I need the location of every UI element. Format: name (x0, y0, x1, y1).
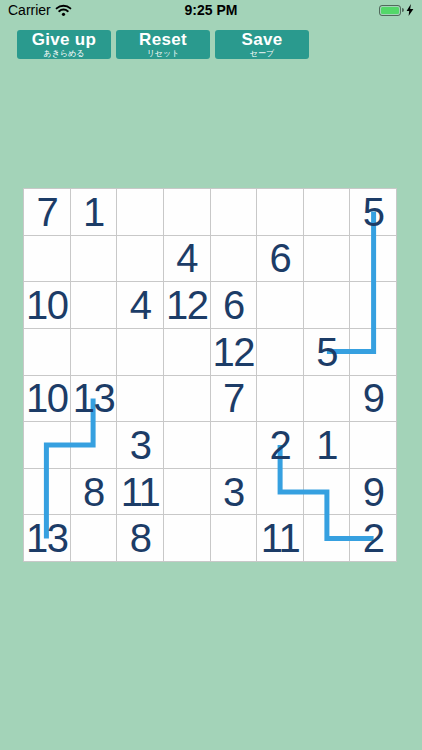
cell-number: 6 (223, 285, 244, 325)
cell-r8c2[interactable] (71, 515, 117, 561)
charging-icon (406, 4, 414, 16)
cell-number: 5 (316, 332, 337, 372)
cell-number: 6 (270, 238, 291, 278)
reset-label: Reset (139, 31, 187, 48)
wifi-icon (55, 4, 72, 16)
cell-number: 8 (83, 472, 104, 512)
cell-r5c6[interactable] (257, 376, 303, 422)
cell-r8c5[interactable] (211, 515, 257, 561)
cell-r8c6[interactable]: 11 (257, 515, 303, 561)
cell-r7c2[interactable]: 8 (71, 469, 117, 515)
cell-number: 1 (316, 425, 337, 465)
cell-number: 9 (363, 472, 384, 512)
cell-number: 7 (223, 378, 244, 418)
cell-r6c7[interactable]: 1 (304, 422, 350, 468)
toolbar: Give up あきらめる Reset リセット Save セーブ (0, 20, 422, 59)
status-bar: Carrier 9:25 PM (0, 0, 422, 20)
cell-r7c5[interactable]: 3 (211, 469, 257, 515)
cell-number: 12 (213, 332, 255, 372)
cell-r2c6[interactable]: 6 (257, 236, 303, 282)
cell-r2c5[interactable] (211, 236, 257, 282)
cell-number: 1 (83, 192, 104, 232)
cell-r6c1[interactable] (24, 422, 70, 468)
cell-r4c7[interactable]: 5 (304, 329, 350, 375)
cell-number: 3 (223, 472, 244, 512)
cell-number: 9 (363, 378, 384, 418)
cell-number: 12 (166, 285, 208, 325)
cell-number: 11 (121, 472, 160, 512)
cell-r1c6[interactable] (257, 189, 303, 235)
cell-r6c8[interactable] (350, 422, 396, 468)
cell-r4c2[interactable] (71, 329, 117, 375)
status-right (379, 4, 414, 16)
cell-r8c7[interactable] (304, 515, 350, 561)
cell-r3c8[interactable] (350, 282, 396, 328)
save-label: Save (242, 31, 283, 48)
cell-r1c5[interactable] (211, 189, 257, 235)
cell-number: 13 (26, 518, 68, 558)
cell-r8c8[interactable]: 2 (350, 515, 396, 561)
cell-r2c4[interactable]: 4 (164, 236, 210, 282)
cell-number: 13 (73, 378, 115, 418)
cell-r4c3[interactable] (117, 329, 163, 375)
app-screen: Carrier 9:25 PM Give up あきらめる Reset リセッ (0, 0, 422, 750)
cell-r3c1[interactable]: 10 (24, 282, 70, 328)
cell-number: 10 (26, 285, 68, 325)
cell-number: 10 (26, 378, 68, 418)
cell-r1c7[interactable] (304, 189, 350, 235)
cell-r3c7[interactable] (304, 282, 350, 328)
reset-button[interactable]: Reset リセット (116, 30, 210, 59)
give-up-sublabel: あきらめる (44, 50, 85, 58)
cell-r7c8[interactable]: 9 (350, 469, 396, 515)
cell-r5c4[interactable] (164, 376, 210, 422)
cell-r1c3[interactable] (117, 189, 163, 235)
cell-r2c1[interactable] (24, 236, 70, 282)
reset-sublabel: リセット (147, 50, 180, 58)
cell-r1c1[interactable]: 7 (24, 189, 70, 235)
cell-r7c1[interactable] (24, 469, 70, 515)
cell-r4c5[interactable]: 12 (211, 329, 257, 375)
cell-r2c2[interactable] (71, 236, 117, 282)
cell-r4c8[interactable] (350, 329, 396, 375)
cell-r7c7[interactable] (304, 469, 350, 515)
cell-r1c2[interactable]: 1 (71, 189, 117, 235)
numberlink-grid: 7154610412612510137932181139138112 (23, 188, 397, 562)
cell-r4c1[interactable] (24, 329, 70, 375)
cell-r7c3[interactable]: 11 (117, 469, 163, 515)
give-up-label: Give up (32, 31, 96, 48)
cell-r8c3[interactable]: 8 (117, 515, 163, 561)
cell-r3c6[interactable] (257, 282, 303, 328)
cell-number: 3 (130, 425, 151, 465)
cell-number: 11 (261, 518, 300, 558)
cell-r8c1[interactable]: 13 (24, 515, 70, 561)
board: 7154610412612510137932181139138112 (23, 188, 397, 562)
battery-icon (379, 5, 404, 16)
cell-number: 8 (130, 518, 151, 558)
cell-r3c3[interactable]: 4 (117, 282, 163, 328)
cell-number: 2 (270, 425, 291, 465)
cell-r6c2[interactable] (71, 422, 117, 468)
cell-r5c7[interactable] (304, 376, 350, 422)
cell-r7c6[interactable] (257, 469, 303, 515)
cell-r6c4[interactable] (164, 422, 210, 468)
cell-r2c8[interactable] (350, 236, 396, 282)
carrier-label: Carrier (8, 2, 51, 18)
cell-number: 2 (363, 518, 384, 558)
cell-r1c8[interactable]: 5 (350, 189, 396, 235)
status-left: Carrier (8, 2, 72, 18)
cell-r5c5[interactable]: 7 (211, 376, 257, 422)
cell-r5c1[interactable]: 10 (24, 376, 70, 422)
cell-r6c5[interactable] (211, 422, 257, 468)
cell-r2c7[interactable] (304, 236, 350, 282)
give-up-button[interactable]: Give up あきらめる (17, 30, 111, 59)
save-button[interactable]: Save セーブ (215, 30, 309, 59)
cell-r8c4[interactable] (164, 515, 210, 561)
cell-r6c3[interactable]: 3 (117, 422, 163, 468)
save-sublabel: セーブ (250, 50, 274, 58)
cell-r3c2[interactable] (71, 282, 117, 328)
cell-r1c4[interactable] (164, 189, 210, 235)
cell-number: 7 (36, 192, 57, 232)
cell-r4c4[interactable] (164, 329, 210, 375)
cell-number: 4 (176, 238, 197, 278)
cell-number: 5 (363, 192, 384, 232)
cell-r4c6[interactable] (257, 329, 303, 375)
cell-r2c3[interactable] (117, 236, 163, 282)
cell-number: 4 (130, 285, 151, 325)
cell-r5c3[interactable] (117, 376, 163, 422)
cell-r7c4[interactable] (164, 469, 210, 515)
cell-r6c6[interactable]: 2 (257, 422, 303, 468)
cell-r5c8[interactable]: 9 (350, 376, 396, 422)
cell-r3c5[interactable]: 6 (211, 282, 257, 328)
cell-r3c4[interactable]: 12 (164, 282, 210, 328)
cell-r5c2[interactable]: 13 (71, 376, 117, 422)
